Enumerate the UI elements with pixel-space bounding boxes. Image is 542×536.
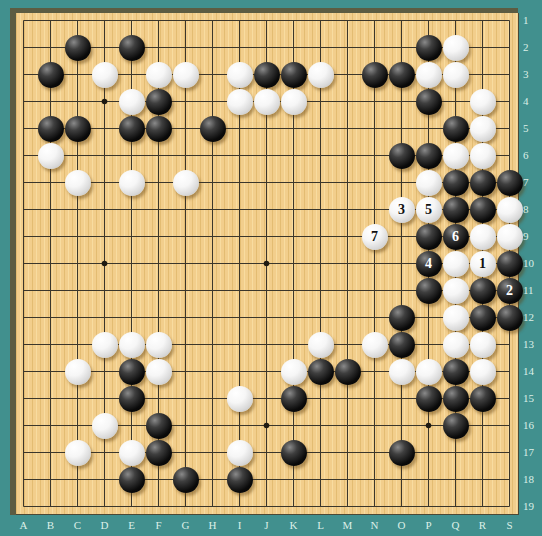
stone-black-E2[interactable]: [119, 35, 145, 61]
intersection-K11[interactable]: [280, 277, 307, 304]
intersection-O5[interactable]: [388, 115, 415, 142]
intersection-E2[interactable]: [118, 34, 145, 61]
stone-white-P7[interactable]: [416, 170, 442, 196]
intersection-S13[interactable]: [496, 331, 523, 358]
stone-white-G3[interactable]: [173, 62, 199, 88]
intersection-O2[interactable]: [388, 34, 415, 61]
intersection-L1[interactable]: [307, 7, 334, 34]
stone-white-I17[interactable]: [227, 440, 253, 466]
stone-white-E17[interactable]: [119, 440, 145, 466]
stone-black-M14[interactable]: [335, 359, 361, 385]
stone-white-R14[interactable]: [470, 359, 496, 385]
intersection-H12[interactable]: [199, 304, 226, 331]
stone-white-E13[interactable]: [119, 332, 145, 358]
intersection-I15[interactable]: [226, 385, 253, 412]
intersection-P19[interactable]: [415, 493, 442, 520]
intersection-C8[interactable]: [64, 196, 91, 223]
stone-black-B3[interactable]: [38, 62, 64, 88]
stone-black-P11[interactable]: [416, 278, 442, 304]
intersection-J8[interactable]: [253, 196, 280, 223]
intersection-N6[interactable]: [361, 142, 388, 169]
stone-white-L3[interactable]: [308, 62, 334, 88]
intersection-G16[interactable]: [172, 412, 199, 439]
stone-white-L13[interactable]: [308, 332, 334, 358]
stone-black-Q5[interactable]: [443, 116, 469, 142]
intersection-K18[interactable]: [280, 466, 307, 493]
intersection-S9[interactable]: [496, 223, 523, 250]
intersection-H7[interactable]: [199, 169, 226, 196]
intersection-S14[interactable]: [496, 358, 523, 385]
intersection-P13[interactable]: [415, 331, 442, 358]
intersection-A18[interactable]: [10, 466, 37, 493]
intersection-H16[interactable]: [199, 412, 226, 439]
intersection-N16[interactable]: [361, 412, 388, 439]
intersection-J18[interactable]: [253, 466, 280, 493]
intersection-G2[interactable]: [172, 34, 199, 61]
intersection-L9[interactable]: [307, 223, 334, 250]
intersection-N13[interactable]: [361, 331, 388, 358]
intersection-F3[interactable]: [145, 61, 172, 88]
intersection-A4[interactable]: [10, 88, 37, 115]
intersection-O7[interactable]: [388, 169, 415, 196]
intersection-N9[interactable]: 7: [361, 223, 388, 250]
intersection-S6[interactable]: [496, 142, 523, 169]
intersection-P1[interactable]: [415, 7, 442, 34]
intersection-Q3[interactable]: [442, 61, 469, 88]
stone-white-E7[interactable]: [119, 170, 145, 196]
intersection-M4[interactable]: [334, 88, 361, 115]
intersection-B1[interactable]: [37, 7, 64, 34]
intersection-L19[interactable]: [307, 493, 334, 520]
intersection-D5[interactable]: [91, 115, 118, 142]
stone-black-O13[interactable]: [389, 332, 415, 358]
intersection-Q10[interactable]: [442, 250, 469, 277]
intersection-O3[interactable]: [388, 61, 415, 88]
intersection-L7[interactable]: [307, 169, 334, 196]
intersection-A15[interactable]: [10, 385, 37, 412]
stone-black-Q7[interactable]: [443, 170, 469, 196]
intersection-D14[interactable]: [91, 358, 118, 385]
intersection-M3[interactable]: [334, 61, 361, 88]
intersection-F5[interactable]: [145, 115, 172, 142]
intersection-R5[interactable]: [469, 115, 496, 142]
intersection-Q12[interactable]: [442, 304, 469, 331]
intersection-M19[interactable]: [334, 493, 361, 520]
intersection-F18[interactable]: [145, 466, 172, 493]
intersection-P10[interactable]: 4: [415, 250, 442, 277]
intersection-O14[interactable]: [388, 358, 415, 385]
intersection-B18[interactable]: [37, 466, 64, 493]
stone-black-S11[interactable]: 2: [497, 278, 523, 304]
intersection-A11[interactable]: [10, 277, 37, 304]
intersection-M16[interactable]: [334, 412, 361, 439]
intersection-J1[interactable]: [253, 7, 280, 34]
stone-black-O3[interactable]: [389, 62, 415, 88]
intersection-O8[interactable]: 3: [388, 196, 415, 223]
intersection-D9[interactable]: [91, 223, 118, 250]
stone-black-B5[interactable]: [38, 116, 64, 142]
intersection-H1[interactable]: [199, 7, 226, 34]
intersection-G9[interactable]: [172, 223, 199, 250]
stone-white-O8[interactable]: 3: [389, 197, 415, 223]
intersection-S3[interactable]: [496, 61, 523, 88]
intersection-H18[interactable]: [199, 466, 226, 493]
intersection-C15[interactable]: [64, 385, 91, 412]
intersection-S1[interactable]: [496, 7, 523, 34]
stone-white-F14[interactable]: [146, 359, 172, 385]
intersection-A12[interactable]: [10, 304, 37, 331]
stone-black-E5[interactable]: [119, 116, 145, 142]
intersection-C11[interactable]: [64, 277, 91, 304]
stone-white-R13[interactable]: [470, 332, 496, 358]
intersection-N10[interactable]: [361, 250, 388, 277]
intersection-G7[interactable]: [172, 169, 199, 196]
intersection-D19[interactable]: [91, 493, 118, 520]
intersection-N5[interactable]: [361, 115, 388, 142]
intersection-O10[interactable]: [388, 250, 415, 277]
intersection-S18[interactable]: [496, 466, 523, 493]
intersection-I12[interactable]: [226, 304, 253, 331]
intersection-R10[interactable]: 1: [469, 250, 496, 277]
intersection-K14[interactable]: [280, 358, 307, 385]
intersection-P6[interactable]: [415, 142, 442, 169]
intersection-C12[interactable]: [64, 304, 91, 331]
intersection-N12[interactable]: [361, 304, 388, 331]
intersection-Q4[interactable]: [442, 88, 469, 115]
intersection-N17[interactable]: [361, 439, 388, 466]
intersection-G1[interactable]: [172, 7, 199, 34]
intersection-G18[interactable]: [172, 466, 199, 493]
stone-black-E15[interactable]: [119, 386, 145, 412]
intersection-N8[interactable]: [361, 196, 388, 223]
intersection-N11[interactable]: [361, 277, 388, 304]
intersection-M12[interactable]: [334, 304, 361, 331]
intersection-M15[interactable]: [334, 385, 361, 412]
stone-black-R8[interactable]: [470, 197, 496, 223]
intersection-S4[interactable]: [496, 88, 523, 115]
intersection-F2[interactable]: [145, 34, 172, 61]
stone-black-R15[interactable]: [470, 386, 496, 412]
intersection-D15[interactable]: [91, 385, 118, 412]
stone-white-C14[interactable]: [65, 359, 91, 385]
intersection-A7[interactable]: [10, 169, 37, 196]
stone-white-Q11[interactable]: [443, 278, 469, 304]
intersection-L4[interactable]: [307, 88, 334, 115]
intersection-Q11[interactable]: [442, 277, 469, 304]
intersection-I14[interactable]: [226, 358, 253, 385]
intersection-H13[interactable]: [199, 331, 226, 358]
intersection-G6[interactable]: [172, 142, 199, 169]
intersection-P8[interactable]: 5: [415, 196, 442, 223]
intersection-H11[interactable]: [199, 277, 226, 304]
intersection-B2[interactable]: [37, 34, 64, 61]
intersection-Q5[interactable]: [442, 115, 469, 142]
intersection-B13[interactable]: [37, 331, 64, 358]
intersection-I19[interactable]: [226, 493, 253, 520]
intersection-F10[interactable]: [145, 250, 172, 277]
intersection-R13[interactable]: [469, 331, 496, 358]
intersection-A19[interactable]: [10, 493, 37, 520]
stone-black-K17[interactable]: [281, 440, 307, 466]
stone-black-R11[interactable]: [470, 278, 496, 304]
intersection-G14[interactable]: [172, 358, 199, 385]
intersection-K7[interactable]: [280, 169, 307, 196]
intersection-K4[interactable]: [280, 88, 307, 115]
intersection-L6[interactable]: [307, 142, 334, 169]
intersection-C9[interactable]: [64, 223, 91, 250]
stone-black-F4[interactable]: [146, 89, 172, 115]
intersection-S12[interactable]: [496, 304, 523, 331]
intersection-D1[interactable]: [91, 7, 118, 34]
intersection-K5[interactable]: [280, 115, 307, 142]
stone-black-F16[interactable]: [146, 413, 172, 439]
stone-white-P8[interactable]: 5: [416, 197, 442, 223]
intersection-M8[interactable]: [334, 196, 361, 223]
intersection-B15[interactable]: [37, 385, 64, 412]
intersection-K6[interactable]: [280, 142, 307, 169]
stone-white-Q13[interactable]: [443, 332, 469, 358]
intersection-P12[interactable]: [415, 304, 442, 331]
intersection-I17[interactable]: [226, 439, 253, 466]
intersection-O6[interactable]: [388, 142, 415, 169]
stone-black-G18[interactable]: [173, 467, 199, 493]
intersection-J5[interactable]: [253, 115, 280, 142]
intersection-D13[interactable]: [91, 331, 118, 358]
intersection-B10[interactable]: [37, 250, 64, 277]
intersection-L3[interactable]: [307, 61, 334, 88]
intersection-P2[interactable]: [415, 34, 442, 61]
intersection-C2[interactable]: [64, 34, 91, 61]
intersection-N18[interactable]: [361, 466, 388, 493]
intersection-R16[interactable]: [469, 412, 496, 439]
intersection-M6[interactable]: [334, 142, 361, 169]
intersection-R12[interactable]: [469, 304, 496, 331]
intersection-F1[interactable]: [145, 7, 172, 34]
stone-black-F5[interactable]: [146, 116, 172, 142]
intersection-H5[interactable]: [199, 115, 226, 142]
intersection-K9[interactable]: [280, 223, 307, 250]
intersection-O19[interactable]: [388, 493, 415, 520]
intersection-B16[interactable]: [37, 412, 64, 439]
stone-white-D16[interactable]: [92, 413, 118, 439]
intersection-O11[interactable]: [388, 277, 415, 304]
stone-white-R6[interactable]: [470, 143, 496, 169]
intersection-B7[interactable]: [37, 169, 64, 196]
intersection-M14[interactable]: [334, 358, 361, 385]
intersection-O9[interactable]: [388, 223, 415, 250]
stone-white-I15[interactable]: [227, 386, 253, 412]
stone-black-Q9[interactable]: 6: [443, 224, 469, 250]
intersection-E1[interactable]: [118, 7, 145, 34]
intersection-N7[interactable]: [361, 169, 388, 196]
intersection-R3[interactable]: [469, 61, 496, 88]
intersection-L2[interactable]: [307, 34, 334, 61]
stone-black-S10[interactable]: [497, 251, 523, 277]
intersection-A1[interactable]: [10, 7, 37, 34]
intersection-R8[interactable]: [469, 196, 496, 223]
stone-black-K15[interactable]: [281, 386, 307, 412]
stone-black-P2[interactable]: [416, 35, 442, 61]
intersection-E3[interactable]: [118, 61, 145, 88]
intersection-N14[interactable]: [361, 358, 388, 385]
intersection-G5[interactable]: [172, 115, 199, 142]
intersection-P11[interactable]: [415, 277, 442, 304]
intersection-C3[interactable]: [64, 61, 91, 88]
intersection-A13[interactable]: [10, 331, 37, 358]
stone-white-S8[interactable]: [497, 197, 523, 223]
intersection-D12[interactable]: [91, 304, 118, 331]
stone-black-P6[interactable]: [416, 143, 442, 169]
intersection-J3[interactable]: [253, 61, 280, 88]
stone-black-P10[interactable]: 4: [416, 251, 442, 277]
stone-white-N13[interactable]: [362, 332, 388, 358]
stone-black-J3[interactable]: [254, 62, 280, 88]
intersection-K8[interactable]: [280, 196, 307, 223]
intersection-N19[interactable]: [361, 493, 388, 520]
intersection-J10[interactable]: [253, 250, 280, 277]
intersection-I8[interactable]: [226, 196, 253, 223]
stone-white-Q2[interactable]: [443, 35, 469, 61]
intersection-E10[interactable]: [118, 250, 145, 277]
stone-white-R4[interactable]: [470, 89, 496, 115]
stone-white-Q10[interactable]: [443, 251, 469, 277]
intersection-E4[interactable]: [118, 88, 145, 115]
intersection-A14[interactable]: [10, 358, 37, 385]
intersection-H3[interactable]: [199, 61, 226, 88]
intersection-E12[interactable]: [118, 304, 145, 331]
intersection-P9[interactable]: [415, 223, 442, 250]
stone-black-O12[interactable]: [389, 305, 415, 331]
stone-black-K3[interactable]: [281, 62, 307, 88]
stone-white-S9[interactable]: [497, 224, 523, 250]
intersection-I11[interactable]: [226, 277, 253, 304]
intersection-L8[interactable]: [307, 196, 334, 223]
intersection-C7[interactable]: [64, 169, 91, 196]
intersection-E17[interactable]: [118, 439, 145, 466]
intersection-M2[interactable]: [334, 34, 361, 61]
stone-black-N3[interactable]: [362, 62, 388, 88]
intersection-E6[interactable]: [118, 142, 145, 169]
intersection-N15[interactable]: [361, 385, 388, 412]
intersection-M13[interactable]: [334, 331, 361, 358]
intersection-I18[interactable]: [226, 466, 253, 493]
intersection-C5[interactable]: [64, 115, 91, 142]
stone-white-F3[interactable]: [146, 62, 172, 88]
stone-white-R5[interactable]: [470, 116, 496, 142]
intersection-I16[interactable]: [226, 412, 253, 439]
intersection-F8[interactable]: [145, 196, 172, 223]
intersection-M11[interactable]: [334, 277, 361, 304]
stone-white-P3[interactable]: [416, 62, 442, 88]
intersection-S8[interactable]: [496, 196, 523, 223]
intersection-C10[interactable]: [64, 250, 91, 277]
intersection-K3[interactable]: [280, 61, 307, 88]
stone-white-I3[interactable]: [227, 62, 253, 88]
intersection-E11[interactable]: [118, 277, 145, 304]
intersection-R19[interactable]: [469, 493, 496, 520]
intersection-L17[interactable]: [307, 439, 334, 466]
stone-white-R9[interactable]: [470, 224, 496, 250]
stone-white-F13[interactable]: [146, 332, 172, 358]
intersection-M5[interactable]: [334, 115, 361, 142]
stone-white-C7[interactable]: [65, 170, 91, 196]
stone-white-Q12[interactable]: [443, 305, 469, 331]
intersection-L12[interactable]: [307, 304, 334, 331]
intersection-H14[interactable]: [199, 358, 226, 385]
intersection-O12[interactable]: [388, 304, 415, 331]
intersection-A8[interactable]: [10, 196, 37, 223]
stone-black-C5[interactable]: [65, 116, 91, 142]
intersection-J19[interactable]: [253, 493, 280, 520]
stone-white-J4[interactable]: [254, 89, 280, 115]
intersection-M18[interactable]: [334, 466, 361, 493]
intersection-J4[interactable]: [253, 88, 280, 115]
intersection-B6[interactable]: [37, 142, 64, 169]
intersection-R1[interactable]: [469, 7, 496, 34]
intersection-M1[interactable]: [334, 7, 361, 34]
intersection-S2[interactable]: [496, 34, 523, 61]
intersection-J17[interactable]: [253, 439, 280, 466]
intersection-D2[interactable]: [91, 34, 118, 61]
intersection-D18[interactable]: [91, 466, 118, 493]
intersection-R18[interactable]: [469, 466, 496, 493]
intersection-R2[interactable]: [469, 34, 496, 61]
intersection-Q16[interactable]: [442, 412, 469, 439]
intersection-P17[interactable]: [415, 439, 442, 466]
intersection-E15[interactable]: [118, 385, 145, 412]
stone-white-G7[interactable]: [173, 170, 199, 196]
intersection-D7[interactable]: [91, 169, 118, 196]
stone-white-O14[interactable]: [389, 359, 415, 385]
intersection-Q19[interactable]: [442, 493, 469, 520]
stone-white-Q3[interactable]: [443, 62, 469, 88]
intersection-G17[interactable]: [172, 439, 199, 466]
intersection-O13[interactable]: [388, 331, 415, 358]
intersection-C19[interactable]: [64, 493, 91, 520]
intersection-I3[interactable]: [226, 61, 253, 88]
intersection-D4[interactable]: [91, 88, 118, 115]
stone-white-Q6[interactable]: [443, 143, 469, 169]
intersection-D17[interactable]: [91, 439, 118, 466]
intersection-P7[interactable]: [415, 169, 442, 196]
intersection-B5[interactable]: [37, 115, 64, 142]
intersection-A2[interactable]: [10, 34, 37, 61]
intersection-R4[interactable]: [469, 88, 496, 115]
intersection-L11[interactable]: [307, 277, 334, 304]
stone-black-Q8[interactable]: [443, 197, 469, 223]
intersection-O18[interactable]: [388, 466, 415, 493]
intersection-S10[interactable]: [496, 250, 523, 277]
intersection-J13[interactable]: [253, 331, 280, 358]
intersection-Q7[interactable]: [442, 169, 469, 196]
intersection-R9[interactable]: [469, 223, 496, 250]
stone-white-C17[interactable]: [65, 440, 91, 466]
intersection-Q14[interactable]: [442, 358, 469, 385]
stone-white-I4[interactable]: [227, 89, 253, 115]
intersection-A10[interactable]: [10, 250, 37, 277]
stone-black-E14[interactable]: [119, 359, 145, 385]
intersection-B4[interactable]: [37, 88, 64, 115]
intersection-O1[interactable]: [388, 7, 415, 34]
intersection-S5[interactable]: [496, 115, 523, 142]
intersection-P3[interactable]: [415, 61, 442, 88]
intersection-K10[interactable]: [280, 250, 307, 277]
intersection-H17[interactable]: [199, 439, 226, 466]
intersection-O15[interactable]: [388, 385, 415, 412]
intersection-I7[interactable]: [226, 169, 253, 196]
intersection-H8[interactable]: [199, 196, 226, 223]
stone-white-K4[interactable]: [281, 89, 307, 115]
